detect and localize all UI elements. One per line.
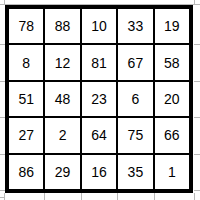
gridline-right-stub — [194, 154, 200, 155]
gridline-bottom-stub — [4, 193, 5, 200]
grid-cell-r1c5[interactable]: 19 — [155, 9, 189, 43]
gridline-right-stub — [194, 190, 200, 191]
grid-cell-r3c4[interactable]: 6 — [118, 82, 152, 116]
grid-cell-r2c4[interactable]: 67 — [118, 45, 152, 79]
grid-cell-r4c3[interactable]: 64 — [82, 118, 116, 152]
gridline-right-stub — [194, 117, 200, 118]
grid-cell-r4c4[interactable]: 75 — [118, 118, 152, 152]
grid-cell-r2c5[interactable]: 58 — [155, 45, 189, 79]
grid-cell-r2c3[interactable]: 81 — [82, 45, 116, 79]
grid-cell-r1c3[interactable]: 10 — [82, 9, 116, 43]
grid-cell-r5c3[interactable]: 16 — [82, 155, 116, 189]
grid-cell-r1c4[interactable]: 33 — [118, 9, 152, 43]
number-grid: 7888103319812816758514823620272647566862… — [5, 5, 193, 193]
grid-cell-r1c1[interactable]: 78 — [9, 9, 43, 43]
gridline-bottom-stub — [44, 193, 45, 200]
gridline-top-right — [194, 0, 195, 5]
gridline-bottom-stub — [117, 193, 118, 200]
grid-cell-r3c2[interactable]: 48 — [45, 82, 79, 116]
gridline-bottom-stub — [194, 193, 195, 200]
grid-cell-r4c2[interactable]: 2 — [45, 118, 79, 152]
grid-cell-r3c1[interactable]: 51 — [9, 82, 43, 116]
gridline-right-stub — [194, 44, 200, 45]
grid-cell-r5c1[interactable]: 86 — [9, 155, 43, 189]
grid-cell-r1c2[interactable]: 88 — [45, 9, 79, 43]
gridline-bottom-stub — [81, 193, 82, 200]
gridline-bottom-stub — [154, 193, 155, 200]
gridline-right-stub — [194, 81, 200, 82]
grid-cell-r5c5[interactable]: 1 — [155, 155, 189, 189]
gridline-bottom-left-stub — [0, 197, 4, 198]
grid-cell-r2c1[interactable]: 8 — [9, 45, 43, 79]
grid-cell-r2c2[interactable]: 12 — [45, 45, 79, 79]
grid-cell-r5c4[interactable]: 35 — [118, 155, 152, 189]
grid-cell-r4c5[interactable]: 66 — [155, 118, 189, 152]
grid-cell-r5c2[interactable]: 29 — [45, 155, 79, 189]
grid-cell-r4c1[interactable]: 27 — [9, 118, 43, 152]
grid-cell-r3c3[interactable]: 23 — [82, 82, 116, 116]
grid-cell-r3c5[interactable]: 20 — [155, 82, 189, 116]
